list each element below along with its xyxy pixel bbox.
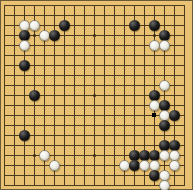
board-point[interactable]	[99, 120, 109, 130]
board-point[interactable]	[99, 150, 109, 160]
board-point[interactable]	[99, 10, 109, 20]
board-point[interactable]	[39, 130, 49, 140]
board-point[interactable]	[149, 0, 159, 10]
board-point[interactable]	[89, 30, 99, 40]
board-point[interactable]	[109, 180, 119, 190]
board-point[interactable]	[169, 150, 179, 160]
board-point[interactable]	[79, 0, 89, 10]
board-point[interactable]	[9, 150, 19, 160]
board-point[interactable]	[0, 130, 9, 140]
board-point[interactable]	[129, 50, 139, 60]
board-point[interactable]	[9, 50, 19, 60]
board-point[interactable]	[109, 0, 119, 10]
board-point[interactable]	[89, 70, 99, 80]
board-point[interactable]	[89, 110, 99, 120]
board-point[interactable]	[119, 160, 129, 170]
board-point[interactable]	[79, 90, 89, 100]
board-point[interactable]	[179, 50, 189, 60]
board-point[interactable]	[49, 50, 59, 60]
board-point[interactable]	[169, 40, 179, 50]
board-point[interactable]	[19, 30, 29, 40]
board-point[interactable]	[19, 160, 29, 170]
board-point[interactable]	[149, 150, 159, 160]
board-point[interactable]	[159, 70, 169, 80]
board-point[interactable]	[29, 170, 39, 180]
board-point[interactable]	[29, 140, 39, 150]
board-point[interactable]	[0, 10, 9, 20]
board-point[interactable]	[179, 30, 189, 40]
board-point[interactable]	[99, 130, 109, 140]
board-point[interactable]	[89, 120, 99, 130]
board-point[interactable]	[119, 0, 129, 10]
board-point[interactable]	[129, 170, 139, 180]
board-point[interactable]	[89, 170, 99, 180]
board-point[interactable]	[179, 60, 189, 70]
board-point[interactable]	[109, 100, 119, 110]
board-point[interactable]	[149, 70, 159, 80]
board-point[interactable]	[69, 60, 79, 70]
board-point[interactable]	[129, 110, 139, 120]
board-point[interactable]	[9, 130, 19, 140]
board-point[interactable]	[39, 20, 49, 30]
board-point[interactable]	[29, 0, 39, 10]
board-point[interactable]	[169, 160, 179, 170]
board-point[interactable]	[109, 40, 119, 50]
board-point[interactable]	[149, 170, 159, 180]
board-point[interactable]	[39, 0, 49, 10]
board-point[interactable]	[179, 10, 189, 20]
board-point[interactable]	[139, 100, 149, 110]
board-point[interactable]	[9, 90, 19, 100]
board-point[interactable]	[19, 20, 29, 30]
board-point[interactable]	[29, 150, 39, 160]
board-point[interactable]	[0, 100, 9, 110]
board-point[interactable]	[109, 60, 119, 70]
board-point[interactable]	[49, 40, 59, 50]
board-point[interactable]	[129, 160, 139, 170]
board-point[interactable]	[169, 110, 179, 120]
board-point[interactable]	[9, 0, 19, 10]
board-point[interactable]	[159, 20, 169, 30]
board-point[interactable]	[159, 40, 169, 50]
board-point[interactable]	[49, 180, 59, 190]
board-point[interactable]	[159, 150, 169, 160]
board-point[interactable]	[179, 150, 189, 160]
board-point[interactable]	[89, 80, 99, 90]
board-point[interactable]	[159, 100, 169, 110]
board-point[interactable]	[39, 140, 49, 150]
board-point[interactable]	[119, 50, 129, 60]
board-point[interactable]	[79, 10, 89, 20]
board-point[interactable]	[19, 110, 29, 120]
board-point[interactable]	[149, 30, 159, 40]
board-point[interactable]	[59, 40, 69, 50]
board-point[interactable]	[9, 70, 19, 80]
board-point[interactable]	[19, 60, 29, 70]
board-point[interactable]	[79, 120, 89, 130]
board-point[interactable]	[29, 160, 39, 170]
board-point[interactable]	[139, 140, 149, 150]
board-point[interactable]	[179, 70, 189, 80]
board-point[interactable]	[159, 60, 169, 70]
board-point[interactable]	[39, 80, 49, 90]
board-point[interactable]	[19, 0, 29, 10]
board-point[interactable]	[59, 80, 69, 90]
board-point[interactable]	[169, 90, 179, 100]
board-point[interactable]	[109, 130, 119, 140]
board-point[interactable]	[139, 10, 149, 20]
board-point[interactable]	[49, 0, 59, 10]
board-point[interactable]	[179, 170, 189, 180]
board-point[interactable]	[79, 20, 89, 30]
board-point[interactable]	[49, 90, 59, 100]
board-point[interactable]	[179, 0, 189, 10]
board-point[interactable]	[119, 140, 129, 150]
board-point[interactable]	[129, 90, 139, 100]
board-point[interactable]	[39, 100, 49, 110]
board-point[interactable]	[139, 50, 149, 60]
board-point[interactable]	[19, 140, 29, 150]
board-point[interactable]	[19, 70, 29, 80]
board-point[interactable]	[29, 20, 39, 30]
board-point[interactable]	[59, 140, 69, 150]
board-point[interactable]	[119, 180, 129, 190]
board-point[interactable]	[69, 50, 79, 60]
board-point[interactable]	[159, 180, 169, 190]
board-point[interactable]	[129, 70, 139, 80]
board-point[interactable]	[139, 40, 149, 50]
board-point[interactable]	[0, 140, 9, 150]
board-point[interactable]	[159, 160, 169, 170]
board-point[interactable]	[149, 40, 159, 50]
board-point[interactable]	[139, 160, 149, 170]
board-point[interactable]	[29, 90, 39, 100]
board-point[interactable]	[39, 120, 49, 130]
board-point[interactable]	[9, 170, 19, 180]
board-point[interactable]	[169, 0, 179, 10]
board-point[interactable]	[89, 50, 99, 60]
board-point[interactable]	[169, 80, 179, 90]
board-point[interactable]	[79, 130, 89, 140]
board-point[interactable]	[69, 150, 79, 160]
board-point[interactable]	[99, 160, 109, 170]
board-point[interactable]	[59, 0, 69, 10]
board-point[interactable]	[29, 100, 39, 110]
board-point[interactable]	[59, 180, 69, 190]
board-point[interactable]	[29, 60, 39, 70]
board-point[interactable]	[139, 150, 149, 160]
board-point[interactable]	[9, 120, 19, 130]
board-point[interactable]	[69, 10, 79, 20]
board-point[interactable]	[9, 40, 19, 50]
board-point[interactable]	[0, 150, 9, 160]
board-point[interactable]	[0, 90, 9, 100]
board-point[interactable]	[129, 10, 139, 20]
board-point[interactable]	[9, 160, 19, 170]
board-point[interactable]	[49, 130, 59, 140]
board-point[interactable]	[159, 140, 169, 150]
board-point[interactable]	[159, 170, 169, 180]
board-point[interactable]	[0, 0, 9, 10]
board-point[interactable]	[39, 50, 49, 60]
board-point[interactable]	[9, 140, 19, 150]
board-point[interactable]	[69, 20, 79, 30]
board-point[interactable]	[109, 90, 119, 100]
board-point[interactable]	[99, 180, 109, 190]
board-point[interactable]	[179, 110, 189, 120]
board-point[interactable]	[89, 90, 99, 100]
board-point[interactable]	[119, 10, 129, 20]
board-point[interactable]	[129, 120, 139, 130]
board-point[interactable]	[0, 30, 9, 40]
board-point[interactable]	[19, 180, 29, 190]
board-point[interactable]	[19, 50, 29, 60]
board-point[interactable]	[79, 160, 89, 170]
board-point[interactable]	[139, 120, 149, 130]
board-point[interactable]	[0, 180, 9, 190]
board-point[interactable]	[29, 120, 39, 130]
board-point[interactable]	[69, 110, 79, 120]
board-point[interactable]	[129, 30, 139, 40]
board-point[interactable]	[49, 110, 59, 120]
board-point[interactable]	[99, 20, 109, 30]
board-point[interactable]	[179, 40, 189, 50]
board-point[interactable]	[89, 140, 99, 150]
board-point[interactable]	[69, 130, 79, 140]
board-point[interactable]	[99, 0, 109, 10]
board-point[interactable]	[9, 180, 19, 190]
board-point[interactable]	[99, 80, 109, 90]
board-point[interactable]	[79, 70, 89, 80]
board-point[interactable]	[49, 70, 59, 80]
board-point[interactable]	[59, 30, 69, 40]
board-point[interactable]	[129, 140, 139, 150]
board-point[interactable]	[19, 80, 29, 90]
board-point[interactable]	[49, 100, 59, 110]
board-point[interactable]	[39, 90, 49, 100]
board-point[interactable]	[59, 120, 69, 130]
board-point[interactable]	[49, 120, 59, 130]
board-point[interactable]	[79, 110, 89, 120]
board-point[interactable]	[69, 100, 79, 110]
board-point[interactable]	[49, 170, 59, 180]
board-point[interactable]	[109, 50, 119, 60]
board-point[interactable]	[149, 20, 159, 30]
board-point[interactable]	[0, 160, 9, 170]
board-point[interactable]	[9, 80, 19, 90]
board-point[interactable]	[159, 120, 169, 130]
board-point[interactable]	[109, 150, 119, 160]
board-point[interactable]	[129, 60, 139, 70]
board-point[interactable]	[99, 70, 109, 80]
board-point[interactable]	[49, 10, 59, 20]
board-point[interactable]	[89, 20, 99, 30]
board-point[interactable]	[149, 180, 159, 190]
board-point[interactable]	[69, 180, 79, 190]
board-point[interactable]	[149, 120, 159, 130]
board-point[interactable]	[39, 150, 49, 160]
board-point[interactable]	[19, 150, 29, 160]
board-point[interactable]	[179, 100, 189, 110]
board-point[interactable]	[119, 40, 129, 50]
board-point[interactable]	[69, 30, 79, 40]
board-point[interactable]	[99, 40, 109, 50]
board-point[interactable]	[29, 110, 39, 120]
board-point[interactable]	[119, 70, 129, 80]
board-point[interactable]	[89, 160, 99, 170]
board-point[interactable]	[119, 130, 129, 140]
board-point[interactable]	[149, 90, 159, 100]
board-point[interactable]	[59, 20, 69, 30]
board-point[interactable]	[169, 180, 179, 190]
board-point[interactable]	[69, 160, 79, 170]
board-point[interactable]	[149, 10, 159, 20]
board-point[interactable]	[49, 20, 59, 30]
board-point[interactable]	[59, 150, 69, 160]
board-point[interactable]	[149, 50, 159, 60]
board-point[interactable]	[39, 180, 49, 190]
board-point[interactable]	[69, 90, 79, 100]
board-point[interactable]	[99, 50, 109, 60]
board-point[interactable]	[79, 170, 89, 180]
board-point[interactable]	[69, 120, 79, 130]
board-point[interactable]	[139, 70, 149, 80]
board-point[interactable]	[0, 170, 9, 180]
board-point[interactable]	[149, 60, 159, 70]
board-point[interactable]	[0, 60, 9, 70]
board-point[interactable]	[59, 110, 69, 120]
board-point[interactable]	[119, 60, 129, 70]
board-point[interactable]	[59, 70, 69, 80]
board-point[interactable]	[49, 80, 59, 90]
board-point[interactable]	[109, 120, 119, 130]
board-point[interactable]	[129, 0, 139, 10]
board-point[interactable]	[109, 110, 119, 120]
board-point[interactable]	[9, 60, 19, 70]
board-point[interactable]	[19, 130, 29, 140]
board-point[interactable]	[109, 30, 119, 40]
board-point[interactable]	[59, 10, 69, 20]
board-point[interactable]	[139, 0, 149, 10]
board-point[interactable]	[19, 90, 29, 100]
board-point[interactable]	[139, 180, 149, 190]
board-point[interactable]	[169, 120, 179, 130]
board-point[interactable]	[179, 140, 189, 150]
board-point[interactable]	[149, 130, 159, 140]
board-point[interactable]	[99, 140, 109, 150]
board-point[interactable]	[9, 110, 19, 120]
board-point[interactable]	[19, 100, 29, 110]
board-point[interactable]	[39, 110, 49, 120]
board-point[interactable]	[89, 180, 99, 190]
board-point[interactable]	[79, 100, 89, 110]
board-point[interactable]	[89, 130, 99, 140]
board-point[interactable]	[59, 130, 69, 140]
board-point[interactable]	[119, 150, 129, 160]
board-point[interactable]	[139, 170, 149, 180]
board-point[interactable]	[39, 10, 49, 20]
board-point[interactable]	[0, 20, 9, 30]
board-point[interactable]	[129, 20, 139, 30]
board-point[interactable]	[69, 170, 79, 180]
board-point[interactable]	[59, 60, 69, 70]
board-point[interactable]	[29, 130, 39, 140]
board-point[interactable]	[89, 0, 99, 10]
board-point[interactable]	[109, 140, 119, 150]
board-point[interactable]	[119, 90, 129, 100]
board-point[interactable]	[159, 50, 169, 60]
board-point[interactable]	[49, 150, 59, 160]
board-point[interactable]	[79, 180, 89, 190]
board-point[interactable]	[129, 100, 139, 110]
board-point[interactable]	[109, 80, 119, 90]
board-point[interactable]	[179, 180, 189, 190]
board-point[interactable]	[79, 50, 89, 60]
board-point[interactable]	[129, 150, 139, 160]
board-point[interactable]	[149, 80, 159, 90]
board-point[interactable]	[149, 160, 159, 170]
board-point[interactable]	[99, 30, 109, 40]
board-point[interactable]	[159, 80, 169, 90]
board-point[interactable]	[139, 60, 149, 70]
board-point[interactable]	[29, 40, 39, 50]
board-point[interactable]	[9, 10, 19, 20]
board-point[interactable]	[129, 130, 139, 140]
board-point[interactable]	[159, 10, 169, 20]
board-point[interactable]	[179, 90, 189, 100]
board-point[interactable]	[69, 140, 79, 150]
board-point[interactable]	[0, 50, 9, 60]
board-point[interactable]	[139, 110, 149, 120]
board-point[interactable]	[139, 30, 149, 40]
board-point[interactable]	[119, 110, 129, 120]
board-point[interactable]	[39, 30, 49, 40]
board-point[interactable]	[29, 180, 39, 190]
board-point[interactable]	[159, 110, 169, 120]
board-point[interactable]	[99, 170, 109, 180]
board-point[interactable]	[159, 30, 169, 40]
board-point[interactable]	[39, 160, 49, 170]
board-point[interactable]	[169, 10, 179, 20]
board-point[interactable]	[99, 60, 109, 70]
board-point[interactable]	[59, 100, 69, 110]
board-point[interactable]	[39, 40, 49, 50]
board-point[interactable]	[69, 70, 79, 80]
board-point[interactable]	[89, 150, 99, 160]
board-point[interactable]	[149, 110, 159, 120]
board-point[interactable]	[9, 20, 19, 30]
board-point[interactable]	[49, 30, 59, 40]
board-point[interactable]	[0, 110, 9, 120]
board-point[interactable]	[39, 170, 49, 180]
board-point[interactable]	[99, 110, 109, 120]
board-point[interactable]	[19, 170, 29, 180]
board-point[interactable]	[109, 70, 119, 80]
board-point[interactable]	[119, 120, 129, 130]
board-point[interactable]	[169, 70, 179, 80]
board-point[interactable]	[0, 40, 9, 50]
board-point[interactable]	[79, 150, 89, 160]
board-point[interactable]	[59, 90, 69, 100]
board-point[interactable]	[169, 140, 179, 150]
board-point[interactable]	[179, 120, 189, 130]
board-point[interactable]	[119, 30, 129, 40]
board-point[interactable]	[59, 170, 69, 180]
board-point[interactable]	[59, 160, 69, 170]
board-point[interactable]	[69, 40, 79, 50]
board-point[interactable]	[49, 60, 59, 70]
board-point[interactable]	[29, 80, 39, 90]
